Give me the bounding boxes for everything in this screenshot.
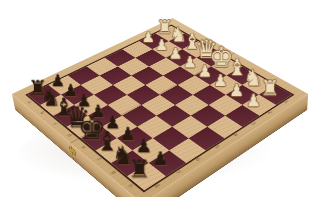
white-rook[interactable]: ♜ — [260, 79, 279, 98]
white-pawn[interactable]: ♟ — [142, 31, 155, 44]
rank-label-3: 3 — [250, 121, 258, 126]
rank-label-5: 5 — [214, 144, 222, 149]
black-pawn[interactable]: ♟ — [136, 138, 153, 155]
file-label-h: h — [127, 182, 136, 188]
black-rook[interactable]: ♜ — [128, 158, 150, 181]
board-frame: ♜♞♝♛♚♝♞♜♟♟♟♟♟♟♟♟♟♟♟♟♟♟♟♟♜♞♝♛♚♝♞♜ abcdefg… — [12, 18, 308, 197]
chess-set-photo: ♜♞♝♛♚♝♞♜♟♟♟♟♟♟♟♟♟♟♟♟♟♟♟♟♜♞♝♛♚♝♞♜ abcdefg… — [0, 0, 310, 197]
white-pawn[interactable]: ♟ — [246, 93, 261, 108]
chess-board: ♜♞♝♛♚♝♞♜♟♟♟♟♟♟♟♟♟♟♟♟♟♟♟♟♜♞♝♛♚♝♞♜ abcdefg… — [12, 18, 308, 197]
file-label-f: f — [96, 156, 104, 161]
black-pawn[interactable]: ♟ — [120, 126, 136, 142]
white-pawn[interactable]: ♟ — [169, 47, 183, 61]
scene: ♜♞♝♛♚♝♞♜♟♟♟♟♟♟♟♟♟♟♟♟♟♟♟♟♜♞♝♛♚♝♞♜ abcdefg… — [0, 0, 310, 197]
white-pawn[interactable]: ♟ — [183, 55, 197, 69]
file-label-e: e — [81, 144, 90, 149]
white-pawn[interactable]: ♟ — [198, 64, 212, 78]
rank-label-7: 7 — [175, 169, 184, 175]
white-pawn[interactable]: ♟ — [213, 74, 228, 89]
rank-label-2: 2 — [267, 110, 275, 115]
board-grid: ♜♞♝♛♚♝♞♜♟♟♟♟♟♟♟♟♟♟♟♟♟♟♟♟♜♞♝♛♚♝♞♜ — [28, 26, 292, 190]
white-pawn[interactable]: ♟ — [155, 39, 169, 53]
white-pawn[interactable]: ♟ — [229, 83, 244, 98]
playing-area: ♜♞♝♛♚♝♞♜♟♟♟♟♟♟♟♟♟♟♟♟♟♟♟♟♜♞♝♛♚♝♞♜ — [25, 25, 294, 193]
black-pawn[interactable]: ♟ — [152, 150, 169, 167]
rank-label-1: 1 — [283, 99, 290, 104]
rank-label-6: 6 — [195, 156, 204, 162]
